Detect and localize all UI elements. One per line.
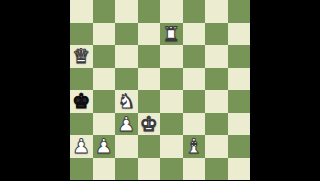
square-c6[interactable] [115,45,138,68]
square-a8[interactable] [70,0,93,23]
square-e5[interactable] [160,68,183,91]
square-a7[interactable] [70,23,93,46]
square-b7[interactable] [93,23,116,46]
white-queen-piece[interactable]: ♛ [72,45,90,68]
square-c3[interactable]: ♟ [115,113,138,136]
square-a1[interactable] [70,158,93,181]
white-king-piece[interactable]: ♚ [140,112,158,135]
square-b3[interactable] [93,113,116,136]
square-b5[interactable] [93,68,116,91]
square-g6[interactable] [205,45,228,68]
square-h2[interactable] [228,135,251,158]
square-a5[interactable] [70,68,93,91]
square-d1[interactable] [138,158,161,181]
square-d5[interactable] [138,68,161,91]
square-f3[interactable] [183,113,206,136]
square-c2[interactable] [115,135,138,158]
square-c8[interactable] [115,0,138,23]
square-g3[interactable] [205,113,228,136]
white-rook-piece[interactable]: ♜ [162,22,180,45]
square-e8[interactable] [160,0,183,23]
chess-board[interactable]: ♜♛♚♞♟♚♟♟♝ [70,0,250,180]
square-g2[interactable] [205,135,228,158]
square-g7[interactable] [205,23,228,46]
square-e7[interactable]: ♜ [160,23,183,46]
letterbox-left [0,0,70,180]
letterbox-right [250,0,320,180]
square-f4[interactable] [183,90,206,113]
square-h6[interactable] [228,45,251,68]
white-pawn-piece[interactable]: ♟ [117,112,135,135]
square-h4[interactable] [228,90,251,113]
square-f7[interactable] [183,23,206,46]
square-f1[interactable] [183,158,206,181]
square-h3[interactable] [228,113,251,136]
square-f8[interactable] [183,0,206,23]
square-d2[interactable] [138,135,161,158]
square-d3[interactable]: ♚ [138,113,161,136]
chess-app-viewport: ♜♛♚♞♟♚♟♟♝ [0,0,320,180]
square-f2[interactable]: ♝ [183,135,206,158]
square-b1[interactable] [93,158,116,181]
square-a2[interactable]: ♟ [70,135,93,158]
square-a3[interactable] [70,113,93,136]
square-b8[interactable] [93,0,116,23]
square-h7[interactable] [228,23,251,46]
black-king-piece[interactable]: ♚ [72,90,90,113]
square-h5[interactable] [228,68,251,91]
square-e1[interactable] [160,158,183,181]
square-d7[interactable] [138,23,161,46]
square-c1[interactable] [115,158,138,181]
square-f6[interactable] [183,45,206,68]
white-bishop-piece[interactable]: ♝ [185,135,203,158]
square-e6[interactable] [160,45,183,68]
square-b2[interactable]: ♟ [93,135,116,158]
square-b4[interactable] [93,90,116,113]
square-c4[interactable]: ♞ [115,90,138,113]
white-pawn-piece[interactable]: ♟ [72,135,90,158]
square-g8[interactable] [205,0,228,23]
square-e2[interactable] [160,135,183,158]
square-c5[interactable] [115,68,138,91]
square-d8[interactable] [138,0,161,23]
square-c7[interactable] [115,23,138,46]
square-h1[interactable] [228,158,251,181]
square-a4[interactable]: ♚ [70,90,93,113]
square-g5[interactable] [205,68,228,91]
square-a6[interactable]: ♛ [70,45,93,68]
white-pawn-piece[interactable]: ♟ [95,135,113,158]
square-d6[interactable] [138,45,161,68]
square-h8[interactable] [228,0,251,23]
square-b6[interactable] [93,45,116,68]
square-e3[interactable] [160,113,183,136]
square-g4[interactable] [205,90,228,113]
white-knight-piece[interactable]: ♞ [117,90,135,113]
square-f5[interactable] [183,68,206,91]
square-e4[interactable] [160,90,183,113]
square-g1[interactable] [205,158,228,181]
square-d4[interactable] [138,90,161,113]
